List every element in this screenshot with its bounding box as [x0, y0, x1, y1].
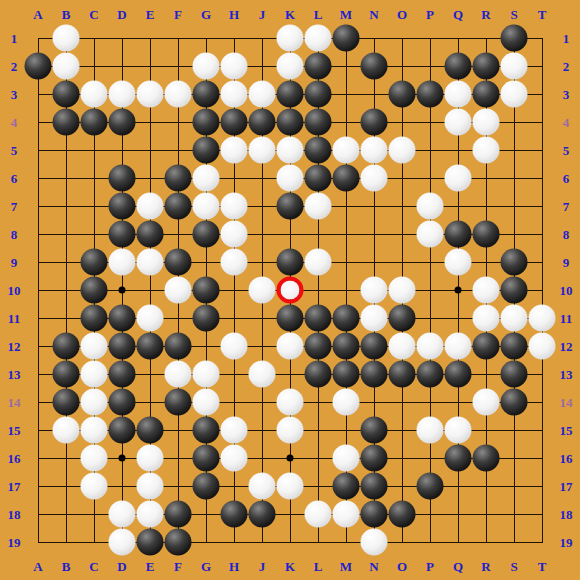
- star-point-K16: [287, 455, 294, 462]
- row-label-right-4: 4: [563, 116, 570, 129]
- row-label-right-10: 10: [560, 284, 573, 297]
- row-label-left-8: 8: [11, 228, 18, 241]
- black-stone-D14[interactable]: [109, 389, 136, 416]
- black-stone-B3[interactable]: [53, 81, 80, 108]
- white-stone-F13[interactable]: [165, 361, 192, 388]
- column-label-bottom-R: R: [481, 560, 490, 573]
- black-stone-G10[interactable]: [193, 277, 220, 304]
- white-stone-K1[interactable]: [277, 25, 304, 52]
- black-stone-R12[interactable]: [473, 333, 500, 360]
- black-stone-F18[interactable]: [165, 501, 192, 528]
- white-stone-R10[interactable]: [473, 277, 500, 304]
- black-stone-G4[interactable]: [193, 109, 220, 136]
- black-stone-P3[interactable]: [417, 81, 444, 108]
- black-stone-G11[interactable]: [193, 305, 220, 332]
- column-label-bottom-T: T: [538, 560, 547, 573]
- black-stone-J18[interactable]: [249, 501, 276, 528]
- white-stone-S2[interactable]: [501, 53, 528, 80]
- column-label-top-T: T: [538, 8, 547, 21]
- black-stone-S14[interactable]: [501, 389, 528, 416]
- black-stone-F7[interactable]: [165, 193, 192, 220]
- white-stone-J10[interactable]: [249, 277, 276, 304]
- black-stone-D6[interactable]: [109, 165, 136, 192]
- row-label-right-15: 15: [560, 424, 573, 437]
- black-stone-S12[interactable]: [501, 333, 528, 360]
- row-label-left-17: 17: [8, 480, 21, 493]
- black-stone-M6[interactable]: [333, 165, 360, 192]
- black-stone-L13[interactable]: [305, 361, 332, 388]
- white-stone-O10[interactable]: [389, 277, 416, 304]
- black-stone-R3[interactable]: [473, 81, 500, 108]
- white-stone-Q15[interactable]: [445, 417, 472, 444]
- black-stone-L12[interactable]: [305, 333, 332, 360]
- row-label-right-3: 3: [563, 88, 570, 101]
- white-stone-D19[interactable]: [109, 529, 136, 556]
- white-stone-M18[interactable]: [333, 501, 360, 528]
- black-stone-G17[interactable]: [193, 473, 220, 500]
- white-stone-H12[interactable]: [221, 333, 248, 360]
- black-stone-O3[interactable]: [389, 81, 416, 108]
- black-stone-M17[interactable]: [333, 473, 360, 500]
- row-label-right-17: 17: [560, 480, 573, 493]
- white-stone-T12[interactable]: [529, 333, 556, 360]
- row-label-left-12: 12: [8, 340, 21, 353]
- column-label-bottom-O: O: [397, 560, 407, 573]
- black-stone-Q16[interactable]: [445, 445, 472, 472]
- white-stone-H8[interactable]: [221, 221, 248, 248]
- column-label-top-C: C: [89, 8, 98, 21]
- row-label-left-16: 16: [8, 452, 21, 465]
- row-label-right-16: 16: [560, 452, 573, 465]
- row-label-right-1: 1: [563, 32, 570, 45]
- white-stone-J17[interactable]: [249, 473, 276, 500]
- black-stone-M1[interactable]: [333, 25, 360, 52]
- row-label-right-13: 13: [560, 368, 573, 381]
- black-stone-N18[interactable]: [361, 501, 388, 528]
- black-stone-R8[interactable]: [473, 221, 500, 248]
- column-label-bottom-B: B: [62, 560, 71, 573]
- white-stone-K6[interactable]: [277, 165, 304, 192]
- column-label-bottom-D: D: [117, 560, 126, 573]
- white-stone-K5[interactable]: [277, 137, 304, 164]
- white-stone-T11[interactable]: [529, 305, 556, 332]
- white-stone-K14[interactable]: [277, 389, 304, 416]
- row-label-right-2: 2: [563, 60, 570, 73]
- white-stone-B2[interactable]: [53, 53, 80, 80]
- black-stone-F9[interactable]: [165, 249, 192, 276]
- white-stone-H5[interactable]: [221, 137, 248, 164]
- white-stone-P7[interactable]: [417, 193, 444, 220]
- black-stone-S9[interactable]: [501, 249, 528, 276]
- black-stone-N4[interactable]: [361, 109, 388, 136]
- row-label-right-5: 5: [563, 144, 570, 157]
- column-label-top-E: E: [146, 8, 155, 21]
- row-label-left-3: 3: [11, 88, 18, 101]
- black-stone-J4[interactable]: [249, 109, 276, 136]
- column-label-top-K: K: [285, 8, 295, 21]
- white-stone-C16[interactable]: [81, 445, 108, 472]
- black-stone-G8[interactable]: [193, 221, 220, 248]
- white-stone-S11[interactable]: [501, 305, 528, 332]
- black-stone-C4[interactable]: [81, 109, 108, 136]
- column-label-top-F: F: [174, 8, 182, 21]
- black-stone-Q13[interactable]: [445, 361, 472, 388]
- white-stone-J5[interactable]: [249, 137, 276, 164]
- black-stone-B4[interactable]: [53, 109, 80, 136]
- black-stone-F14[interactable]: [165, 389, 192, 416]
- white-stone-N11[interactable]: [361, 305, 388, 332]
- white-stone-G7[interactable]: [193, 193, 220, 220]
- black-stone-D13[interactable]: [109, 361, 136, 388]
- row-label-right-18: 18: [560, 508, 573, 521]
- white-stone-P12[interactable]: [417, 333, 444, 360]
- column-label-top-L: L: [314, 8, 323, 21]
- row-label-right-7: 7: [563, 200, 570, 213]
- black-stone-L11[interactable]: [305, 305, 332, 332]
- column-label-top-N: N: [369, 8, 378, 21]
- row-label-right-11: 11: [560, 312, 572, 325]
- black-stone-R2[interactable]: [473, 53, 500, 80]
- row-label-right-8: 8: [563, 228, 570, 241]
- column-label-top-R: R: [481, 8, 490, 21]
- star-point-D10: [119, 287, 126, 294]
- white-stone-P8[interactable]: [417, 221, 444, 248]
- white-stone-C13[interactable]: [81, 361, 108, 388]
- white-stone-N5[interactable]: [361, 137, 388, 164]
- black-stone-S13[interactable]: [501, 361, 528, 388]
- black-stone-M13[interactable]: [333, 361, 360, 388]
- column-label-bottom-J: J: [259, 560, 266, 573]
- black-stone-D4[interactable]: [109, 109, 136, 136]
- black-stone-P17[interactable]: [417, 473, 444, 500]
- white-stone-E16[interactable]: [137, 445, 164, 472]
- column-label-top-Q: Q: [453, 8, 463, 21]
- star-point-Q10: [455, 287, 462, 294]
- column-label-top-S: S: [510, 8, 517, 21]
- black-stone-E8[interactable]: [137, 221, 164, 248]
- row-label-right-14: 14: [560, 396, 573, 409]
- column-label-bottom-L: L: [314, 560, 323, 573]
- white-stone-G2[interactable]: [193, 53, 220, 80]
- white-stone-Q12[interactable]: [445, 333, 472, 360]
- black-stone-Q8[interactable]: [445, 221, 472, 248]
- black-stone-B13[interactable]: [53, 361, 80, 388]
- white-stone-J13[interactable]: [249, 361, 276, 388]
- black-stone-N15[interactable]: [361, 417, 388, 444]
- row-label-right-19: 19: [560, 536, 573, 549]
- column-label-bottom-P: P: [426, 560, 434, 573]
- black-stone-L2[interactable]: [305, 53, 332, 80]
- white-stone-H16[interactable]: [221, 445, 248, 472]
- white-stone-N6[interactable]: [361, 165, 388, 192]
- white-stone-C17[interactable]: [81, 473, 108, 500]
- black-stone-N16[interactable]: [361, 445, 388, 472]
- row-label-right-12: 12: [560, 340, 573, 353]
- row-label-left-5: 5: [11, 144, 18, 157]
- black-stone-N2[interactable]: [361, 53, 388, 80]
- black-stone-L4[interactable]: [305, 109, 332, 136]
- black-stone-G5[interactable]: [193, 137, 220, 164]
- column-label-top-D: D: [117, 8, 126, 21]
- white-stone-D3[interactable]: [109, 81, 136, 108]
- row-label-left-18: 18: [8, 508, 21, 521]
- black-stone-N17[interactable]: [361, 473, 388, 500]
- black-stone-R16[interactable]: [473, 445, 500, 472]
- black-stone-B12[interactable]: [53, 333, 80, 360]
- white-stone-Q4[interactable]: [445, 109, 472, 136]
- white-stone-O5[interactable]: [389, 137, 416, 164]
- white-stone-G13[interactable]: [193, 361, 220, 388]
- white-stone-E7[interactable]: [137, 193, 164, 220]
- white-stone-E18[interactable]: [137, 501, 164, 528]
- column-label-bottom-K: K: [285, 560, 295, 573]
- black-stone-C9[interactable]: [81, 249, 108, 276]
- white-stone-R11[interactable]: [473, 305, 500, 332]
- white-stone-P15[interactable]: [417, 417, 444, 444]
- go-board[interactable]: AABBCCDDEEFFGGHHJJKKLLMMNNOOPPQQRRSSTT11…: [0, 0, 580, 580]
- white-stone-C15[interactable]: [81, 417, 108, 444]
- black-stone-G16[interactable]: [193, 445, 220, 472]
- white-stone-C14[interactable]: [81, 389, 108, 416]
- column-label-bottom-H: H: [229, 560, 239, 573]
- column-label-bottom-F: F: [174, 560, 182, 573]
- white-stone-H3[interactable]: [221, 81, 248, 108]
- black-stone-M11[interactable]: [333, 305, 360, 332]
- black-stone-K9[interactable]: [277, 249, 304, 276]
- white-stone-C3[interactable]: [81, 81, 108, 108]
- black-stone-C10[interactable]: [81, 277, 108, 304]
- row-label-right-6: 6: [563, 172, 570, 185]
- column-label-top-M: M: [340, 8, 352, 21]
- white-stone-R5[interactable]: [473, 137, 500, 164]
- black-stone-P13[interactable]: [417, 361, 444, 388]
- white-stone-J3[interactable]: [249, 81, 276, 108]
- row-label-left-19: 19: [8, 536, 21, 549]
- column-label-bottom-S: S: [510, 560, 517, 573]
- row-label-left-14: 14: [8, 396, 21, 409]
- row-label-left-4: 4: [11, 116, 18, 129]
- column-label-top-A: A: [33, 8, 42, 21]
- white-stone-M16[interactable]: [333, 445, 360, 472]
- white-stone-S3[interactable]: [501, 81, 528, 108]
- row-label-left-10: 10: [8, 284, 21, 297]
- white-stone-F3[interactable]: [165, 81, 192, 108]
- black-stone-O18[interactable]: [389, 501, 416, 528]
- white-stone-H9[interactable]: [221, 249, 248, 276]
- black-stone-B14[interactable]: [53, 389, 80, 416]
- white-stone-K12[interactable]: [277, 333, 304, 360]
- white-stone-L9[interactable]: [305, 249, 332, 276]
- black-stone-F12[interactable]: [165, 333, 192, 360]
- column-label-top-J: J: [259, 8, 266, 21]
- white-stone-K15[interactable]: [277, 417, 304, 444]
- column-label-bottom-E: E: [146, 560, 155, 573]
- white-stone-Q3[interactable]: [445, 81, 472, 108]
- white-stone-H2[interactable]: [221, 53, 248, 80]
- row-label-left-13: 13: [8, 368, 21, 381]
- white-stone-E11[interactable]: [137, 305, 164, 332]
- white-stone-B1[interactable]: [53, 25, 80, 52]
- row-label-left-2: 2: [11, 60, 18, 73]
- black-stone-L5[interactable]: [305, 137, 332, 164]
- row-label-left-9: 9: [11, 256, 18, 269]
- black-stone-A2[interactable]: [25, 53, 52, 80]
- black-stone-M12[interactable]: [333, 333, 360, 360]
- black-stone-S10[interactable]: [501, 277, 528, 304]
- white-stone-E17[interactable]: [137, 473, 164, 500]
- black-stone-D11[interactable]: [109, 305, 136, 332]
- black-stone-S1[interactable]: [501, 25, 528, 52]
- black-stone-E12[interactable]: [137, 333, 164, 360]
- row-label-left-6: 6: [11, 172, 18, 185]
- black-stone-E19[interactable]: [137, 529, 164, 556]
- white-stone-H15[interactable]: [221, 417, 248, 444]
- black-stone-D15[interactable]: [109, 417, 136, 444]
- white-stone-L7[interactable]: [305, 193, 332, 220]
- white-stone-M14[interactable]: [333, 389, 360, 416]
- white-stone-L1[interactable]: [305, 25, 332, 52]
- row-label-left-7: 7: [11, 200, 18, 213]
- black-stone-C11[interactable]: [81, 305, 108, 332]
- black-stone-N13[interactable]: [361, 361, 388, 388]
- column-label-top-G: G: [201, 8, 211, 21]
- black-stone-H4[interactable]: [221, 109, 248, 136]
- column-label-top-O: O: [397, 8, 407, 21]
- white-stone-R4[interactable]: [473, 109, 500, 136]
- white-stone-R14[interactable]: [473, 389, 500, 416]
- black-stone-F6[interactable]: [165, 165, 192, 192]
- column-label-top-B: B: [62, 8, 71, 21]
- row-label-left-11: 11: [8, 312, 20, 325]
- black-stone-K7[interactable]: [277, 193, 304, 220]
- column-label-bottom-N: N: [369, 560, 378, 573]
- white-stone-Q6[interactable]: [445, 165, 472, 192]
- black-stone-D7[interactable]: [109, 193, 136, 220]
- white-stone-K17[interactable]: [277, 473, 304, 500]
- column-label-bottom-C: C: [89, 560, 98, 573]
- black-stone-K11[interactable]: [277, 305, 304, 332]
- row-label-right-9: 9: [563, 256, 570, 269]
- star-point-D16: [119, 455, 126, 462]
- white-stone-K2[interactable]: [277, 53, 304, 80]
- black-stone-G3[interactable]: [193, 81, 220, 108]
- white-stone-L18[interactable]: [305, 501, 332, 528]
- black-stone-F19[interactable]: [165, 529, 192, 556]
- column-label-bottom-A: A: [33, 560, 42, 573]
- column-label-bottom-M: M: [340, 560, 352, 573]
- black-stone-H18[interactable]: [221, 501, 248, 528]
- white-stone-M5[interactable]: [333, 137, 360, 164]
- black-stone-L6[interactable]: [305, 165, 332, 192]
- black-stone-G15[interactable]: [193, 417, 220, 444]
- black-stone-Q2[interactable]: [445, 53, 472, 80]
- white-stone-Q9[interactable]: [445, 249, 472, 276]
- column-label-bottom-G: G: [201, 560, 211, 573]
- white-stone-G6[interactable]: [193, 165, 220, 192]
- white-stone-N10[interactable]: [361, 277, 388, 304]
- white-stone-H7[interactable]: [221, 193, 248, 220]
- white-stone-D18[interactable]: [109, 501, 136, 528]
- white-stone-E3[interactable]: [137, 81, 164, 108]
- white-stone-N19[interactable]: [361, 529, 388, 556]
- black-stone-E15[interactable]: [137, 417, 164, 444]
- white-stone-K10-last-move-marker[interactable]: [277, 277, 304, 304]
- black-stone-N12[interactable]: [361, 333, 388, 360]
- row-label-left-1: 1: [11, 32, 18, 45]
- column-label-top-P: P: [426, 8, 434, 21]
- white-stone-B15[interactable]: [53, 417, 80, 444]
- black-stone-L3[interactable]: [305, 81, 332, 108]
- black-stone-O13[interactable]: [389, 361, 416, 388]
- go-app-window: AABBCCDDEEFFGGHHJJKKLLMMNNOOPPQQRRSSTT11…: [0, 0, 580, 580]
- black-stone-O11[interactable]: [389, 305, 416, 332]
- black-stone-D12[interactable]: [109, 333, 136, 360]
- white-stone-G14[interactable]: [193, 389, 220, 416]
- white-stone-O12[interactable]: [389, 333, 416, 360]
- row-label-left-15: 15: [8, 424, 21, 437]
- white-stone-E9[interactable]: [137, 249, 164, 276]
- white-stone-F10[interactable]: [165, 277, 192, 304]
- white-stone-C12[interactable]: [81, 333, 108, 360]
- column-label-top-H: H: [229, 8, 239, 21]
- black-stone-D8[interactable]: [109, 221, 136, 248]
- white-stone-D9[interactable]: [109, 249, 136, 276]
- column-label-bottom-Q: Q: [453, 560, 463, 573]
- black-stone-K4[interactable]: [277, 109, 304, 136]
- black-stone-K3[interactable]: [277, 81, 304, 108]
